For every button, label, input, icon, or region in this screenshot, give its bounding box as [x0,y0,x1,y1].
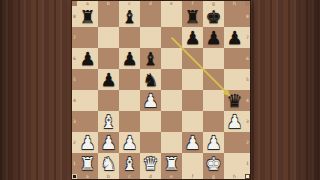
piece-black-pawn: ♟ [205,29,221,47]
square-c3[interactable] [119,111,140,132]
piece-black-bishop: ♝ [121,8,137,26]
square-h3[interactable]: ♟ [224,111,245,132]
square-g7[interactable]: ♟ [203,27,224,48]
file-label-bottom-c: c [119,174,140,179]
square-f7[interactable]: ♟ [182,27,203,48]
piece-white-bishop: ♝ [121,155,137,173]
square-a3[interactable] [77,111,98,132]
piece-black-knight: ♞ [142,71,158,89]
piece-black-pawn: ♟ [184,29,200,47]
file-label-bottom-h: h [224,174,245,179]
square-b5[interactable]: ♟ [98,69,119,90]
square-h8[interactable] [224,6,245,27]
square-b4[interactable] [98,90,119,111]
file-label-bottom-g: g [203,174,224,179]
square-e6[interactable] [161,48,182,69]
square-h6[interactable] [224,48,245,69]
square-e2[interactable] [161,132,182,153]
square-d5[interactable]: ♞ [140,69,161,90]
square-a6[interactable]: ♟ [77,48,98,69]
square-d8[interactable] [140,6,161,27]
square-a8[interactable]: ♜ [77,6,98,27]
file-label-bottom-b: b [98,174,119,179]
square-g5[interactable] [203,69,224,90]
square-c7[interactable] [119,27,140,48]
rank-label-right-5: 5 [245,69,250,90]
square-c6[interactable]: ♟ [119,48,140,69]
square-f8[interactable]: ♜ [182,6,203,27]
rank-label-right-2: 2 [245,132,250,153]
file-label-bottom-f: f [182,174,203,179]
square-g1[interactable]: ♚ [203,153,224,174]
square-c1[interactable]: ♝ [119,153,140,174]
square-a2[interactable]: ♟ [77,132,98,153]
square-h5[interactable] [224,69,245,90]
square-f4[interactable] [182,90,203,111]
square-f1[interactable] [182,153,203,174]
square-e1[interactable]: ♜ [161,153,182,174]
piece-white-rook: ♜ [163,155,179,173]
square-a5[interactable] [77,69,98,90]
square-b2[interactable]: ♟ [98,132,119,153]
square-h1[interactable] [224,153,245,174]
piece-black-rook: ♜ [79,8,95,26]
square-d1[interactable]: ♛ [140,153,161,174]
piece-black-rook: ♜ [184,8,200,26]
piece-white-pawn: ♟ [121,134,137,152]
square-c8[interactable]: ♝ [119,6,140,27]
piece-white-pawn: ♟ [184,134,200,152]
square-b8[interactable] [98,6,119,27]
piece-black-pawn: ♟ [79,50,95,68]
piece-white-queen: ♛ [142,155,158,173]
square-e4[interactable] [161,90,182,111]
square-b6[interactable] [98,48,119,69]
file-label-bottom-a: a [77,174,98,179]
square-g6[interactable] [203,48,224,69]
square-g2[interactable]: ♟ [203,132,224,153]
piece-white-bishop: ♝ [100,113,116,131]
white-to-move-indicator-icon [245,174,250,180]
piece-black-pawn: ♟ [100,71,116,89]
square-e7[interactable] [161,27,182,48]
piece-white-king: ♚ [205,155,221,173]
chess-board: abcdefgh8♜♝♜♚87♟♟♟76♟♟♝65♟♞54♟♛43♝♟32♟♟♟… [72,1,250,179]
square-g3[interactable] [203,111,224,132]
piece-black-pawn: ♟ [121,50,137,68]
file-label-bottom-e: e [161,174,182,179]
square-f5[interactable] [182,69,203,90]
square-c5[interactable] [119,69,140,90]
square-e5[interactable] [161,69,182,90]
piece-white-knight: ♞ [100,155,116,173]
square-b3[interactable]: ♝ [98,111,119,132]
square-h2[interactable] [224,132,245,153]
square-d4[interactable]: ♟ [140,90,161,111]
piece-white-pawn: ♟ [142,92,158,110]
square-f6[interactable] [182,48,203,69]
piece-black-pawn: ♟ [226,29,242,47]
square-g8[interactable]: ♚ [203,6,224,27]
square-a7[interactable] [77,27,98,48]
piece-black-queen: ♛ [226,92,242,110]
square-e8[interactable] [161,6,182,27]
rank-label-right-7: 7 [245,27,250,48]
square-a1[interactable]: ♜ [77,153,98,174]
rank-label-right-3: 3 [245,111,250,132]
square-d3[interactable] [140,111,161,132]
piece-white-pawn: ♟ [226,113,242,131]
square-b7[interactable] [98,27,119,48]
corner-bottom-right [245,174,250,179]
rank-label-right-4: 4 [245,90,250,111]
video-frame: abcdefgh8♜♝♜♚87♟♟♟76♟♟♝65♟♞54♟♛43♝♟32♟♟♟… [0,0,320,180]
piece-black-bishop: ♝ [142,50,158,68]
square-e3[interactable] [161,111,182,132]
rank-label-right-1: 1 [245,153,250,174]
piece-white-rook: ♜ [79,155,95,173]
square-c4[interactable] [119,90,140,111]
square-d6[interactable]: ♝ [140,48,161,69]
piece-white-pawn: ♟ [100,134,116,152]
square-h4[interactable]: ♛ [224,90,245,111]
square-f3[interactable] [182,111,203,132]
file-label-bottom-d: d [140,174,161,179]
piece-white-pawn: ♟ [205,134,221,152]
square-d7[interactable] [140,27,161,48]
square-a4[interactable] [77,90,98,111]
square-g4[interactable] [203,90,224,111]
square-f2[interactable]: ♟ [182,132,203,153]
square-d2[interactable] [140,132,161,153]
rank-label-right-6: 6 [245,48,250,69]
piece-white-pawn: ♟ [79,134,95,152]
square-h7[interactable]: ♟ [224,27,245,48]
square-b1[interactable]: ♞ [98,153,119,174]
rank-label-right-8: 8 [245,6,250,27]
piece-black-king: ♚ [205,8,221,26]
square-c2[interactable]: ♟ [119,132,140,153]
